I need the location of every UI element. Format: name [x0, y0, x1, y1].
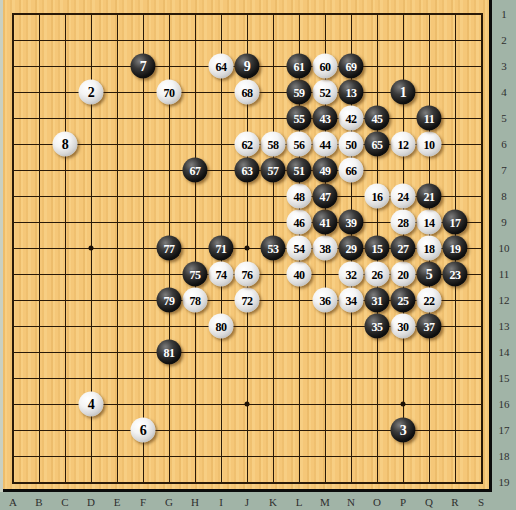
- move-number: 4: [88, 397, 95, 411]
- row-label-12: 12: [492, 294, 516, 306]
- stone-black-61-L3[interactable]: 61: [287, 54, 312, 79]
- move-number: 16: [372, 190, 383, 202]
- move-number: 34: [346, 294, 357, 306]
- row-label-5: 5: [492, 112, 516, 124]
- stone-white-28-P9[interactable]: 28: [391, 210, 416, 235]
- col-label-I: I: [210, 496, 232, 508]
- col-label-R: R: [444, 496, 466, 508]
- row-label-3: 3: [492, 60, 516, 72]
- row-label-6: 6: [492, 138, 516, 150]
- move-number: 75: [190, 268, 201, 280]
- move-number: 53: [268, 242, 279, 254]
- stone-white-30-P13[interactable]: 30: [391, 314, 416, 339]
- move-number: 60: [320, 60, 331, 72]
- move-number: 10: [424, 138, 435, 150]
- move-number: 57: [268, 164, 279, 176]
- move-number: 9: [244, 59, 251, 73]
- move-number: 69: [346, 60, 357, 72]
- stone-black-19-R10[interactable]: 19: [443, 236, 468, 261]
- row-label-18: 18: [492, 450, 516, 462]
- move-number: 6: [140, 423, 147, 437]
- stone-white-58-K6[interactable]: 58: [261, 132, 286, 157]
- move-number: 35: [372, 320, 383, 332]
- col-label-C: C: [54, 496, 76, 508]
- move-number: 8: [62, 137, 69, 151]
- star-point: [245, 402, 250, 407]
- stone-black-13-N4[interactable]: 13: [339, 80, 364, 105]
- stone-white-12-P6[interactable]: 12: [391, 132, 416, 157]
- move-number: 63: [242, 164, 253, 176]
- move-number: 32: [346, 268, 357, 280]
- row-label-15: 15: [492, 372, 516, 384]
- col-label-L: L: [288, 496, 310, 508]
- move-number: 19: [450, 242, 461, 254]
- stone-white-40-L11[interactable]: 40: [287, 262, 312, 287]
- stone-black-3-P17[interactable]: 3: [391, 418, 416, 443]
- star-point: [245, 246, 250, 251]
- grid-line-horizontal: [13, 456, 481, 457]
- star-point: [401, 402, 406, 407]
- col-label-D: D: [80, 496, 102, 508]
- move-number: 36: [320, 294, 331, 306]
- stone-black-21-Q8[interactable]: 21: [417, 184, 442, 209]
- col-label-O: O: [366, 496, 388, 508]
- move-number: 59: [294, 86, 305, 98]
- move-number: 81: [164, 346, 175, 358]
- grid-line-horizontal: [13, 378, 481, 379]
- move-number: 38: [320, 242, 331, 254]
- stone-white-44-M6[interactable]: 44: [313, 132, 338, 157]
- move-number: 30: [398, 320, 409, 332]
- stone-white-2-D4[interactable]: 2: [79, 80, 104, 105]
- stone-white-6-F17[interactable]: 6: [131, 418, 156, 443]
- move-number: 42: [346, 112, 357, 124]
- stone-white-50-N6[interactable]: 50: [339, 132, 364, 157]
- stone-white-56-L6[interactable]: 56: [287, 132, 312, 157]
- stone-black-57-K7[interactable]: 57: [261, 158, 286, 183]
- stone-black-17-R9[interactable]: 17: [443, 210, 468, 235]
- stone-white-22-Q12[interactable]: 22: [417, 288, 442, 313]
- move-number: 76: [242, 268, 253, 280]
- col-label-P: P: [392, 496, 414, 508]
- move-number: 80: [216, 320, 227, 332]
- stone-black-45-O5[interactable]: 45: [365, 106, 390, 131]
- move-number: 55: [294, 112, 305, 124]
- move-number: 40: [294, 268, 305, 280]
- stone-black-69-N3[interactable]: 69: [339, 54, 364, 79]
- move-number: 71: [216, 242, 227, 254]
- stone-white-8-C6[interactable]: 8: [53, 132, 78, 157]
- stone-white-78-H12[interactable]: 78: [183, 288, 208, 313]
- stone-black-9-J3[interactable]: 9: [235, 54, 260, 79]
- col-label-A: A: [2, 496, 24, 508]
- move-number: 28: [398, 216, 409, 228]
- move-number: 54: [294, 242, 305, 254]
- move-number: 47: [320, 190, 331, 202]
- stone-black-55-L5[interactable]: 55: [287, 106, 312, 131]
- stone-white-24-P8[interactable]: 24: [391, 184, 416, 209]
- col-label-M: M: [314, 496, 336, 508]
- stone-black-53-K10[interactable]: 53: [261, 236, 286, 261]
- row-label-19: 19: [492, 476, 516, 488]
- row-label-14: 14: [492, 346, 516, 358]
- move-number: 18: [424, 242, 435, 254]
- move-number: 46: [294, 216, 305, 228]
- stone-black-15-O10[interactable]: 15: [365, 236, 390, 261]
- move-number: 39: [346, 216, 357, 228]
- move-number: 66: [346, 164, 357, 176]
- stone-white-14-Q9[interactable]: 14: [417, 210, 442, 235]
- stone-black-41-M9[interactable]: 41: [313, 210, 338, 235]
- stone-white-80-I13[interactable]: 80: [209, 314, 234, 339]
- col-label-N: N: [340, 496, 362, 508]
- stone-black-37-Q13[interactable]: 37: [417, 314, 442, 339]
- stone-black-81-G14[interactable]: 81: [157, 340, 182, 365]
- go-board-screenshot: ABCDEFGHIJKLMNOPQRS123456789101112131415…: [0, 0, 516, 510]
- stone-white-4-D16[interactable]: 4: [79, 392, 104, 417]
- stone-black-79-G12[interactable]: 79: [157, 288, 182, 313]
- move-number: 50: [346, 138, 357, 150]
- col-label-J: J: [236, 496, 258, 508]
- move-number: 65: [372, 138, 383, 150]
- stone-black-71-I10[interactable]: 71: [209, 236, 234, 261]
- stone-black-7-F3[interactable]: 7: [131, 54, 156, 79]
- move-number: 17: [450, 216, 461, 228]
- move-number: 74: [216, 268, 227, 280]
- move-number: 20: [398, 268, 409, 280]
- row-label-7: 7: [492, 164, 516, 176]
- col-label-F: F: [132, 496, 154, 508]
- move-number: 67: [190, 164, 201, 176]
- move-number: 26: [372, 268, 383, 280]
- move-number: 29: [346, 242, 357, 254]
- stone-white-64-I3[interactable]: 64: [209, 54, 234, 79]
- row-label-16: 16: [492, 398, 516, 410]
- move-number: 77: [164, 242, 175, 254]
- stone-black-23-R11[interactable]: 23: [443, 262, 468, 287]
- stone-black-77-G10[interactable]: 77: [157, 236, 182, 261]
- col-label-S: S: [470, 496, 492, 508]
- stone-black-43-M5[interactable]: 43: [313, 106, 338, 131]
- stone-black-65-O6[interactable]: 65: [365, 132, 390, 157]
- move-number: 12: [398, 138, 409, 150]
- move-number: 37: [424, 320, 435, 332]
- stone-white-62-J6[interactable]: 62: [235, 132, 260, 157]
- stone-white-74-I11[interactable]: 74: [209, 262, 234, 287]
- stone-black-51-L7[interactable]: 51: [287, 158, 312, 183]
- stone-black-59-L4[interactable]: 59: [287, 80, 312, 105]
- move-number: 79: [164, 294, 175, 306]
- move-number: 24: [398, 190, 409, 202]
- move-number: 45: [372, 112, 383, 124]
- stone-black-5-Q11[interactable]: 5: [417, 262, 442, 287]
- grid-line-horizontal: [13, 352, 481, 353]
- stone-white-48-L8[interactable]: 48: [287, 184, 312, 209]
- stone-white-34-N12[interactable]: 34: [339, 288, 364, 313]
- stone-white-70-G4[interactable]: 70: [157, 80, 182, 105]
- stone-black-29-N10[interactable]: 29: [339, 236, 364, 261]
- row-label-13: 13: [492, 320, 516, 332]
- col-label-H: H: [184, 496, 206, 508]
- stone-black-75-H11[interactable]: 75: [183, 262, 208, 287]
- row-label-11: 11: [492, 268, 516, 280]
- stone-white-36-M12[interactable]: 36: [313, 288, 338, 313]
- move-number: 3: [400, 423, 407, 437]
- move-number: 1: [400, 85, 407, 99]
- move-number: 13: [346, 86, 357, 98]
- move-number: 31: [372, 294, 383, 306]
- stone-white-20-P11[interactable]: 20: [391, 262, 416, 287]
- col-label-K: K: [262, 496, 284, 508]
- stone-black-39-N9[interactable]: 39: [339, 210, 364, 235]
- stone-black-11-Q5[interactable]: 11: [417, 106, 442, 131]
- stone-white-66-N7[interactable]: 66: [339, 158, 364, 183]
- stone-black-47-M8[interactable]: 47: [313, 184, 338, 209]
- move-number: 41: [320, 216, 331, 228]
- move-number: 11: [424, 112, 434, 124]
- move-number: 49: [320, 164, 331, 176]
- move-number: 61: [294, 60, 305, 72]
- stone-white-76-J11[interactable]: 76: [235, 262, 260, 287]
- move-number: 2: [88, 85, 95, 99]
- move-number: 14: [424, 216, 435, 228]
- stone-black-27-P10[interactable]: 27: [391, 236, 416, 261]
- row-label-17: 17: [492, 424, 516, 436]
- row-label-1: 1: [492, 8, 516, 20]
- stone-white-68-J4[interactable]: 68: [235, 80, 260, 105]
- move-number: 56: [294, 138, 305, 150]
- col-label-Q: Q: [418, 496, 440, 508]
- row-label-10: 10: [492, 242, 516, 254]
- move-number: 51: [294, 164, 305, 176]
- stone-white-16-O8[interactable]: 16: [365, 184, 390, 209]
- col-label-B: B: [28, 496, 50, 508]
- move-number: 23: [450, 268, 461, 280]
- row-label-2: 2: [492, 34, 516, 46]
- move-number: 52: [320, 86, 331, 98]
- move-number: 78: [190, 294, 201, 306]
- move-number: 25: [398, 294, 409, 306]
- move-number: 15: [372, 242, 383, 254]
- col-label-G: G: [158, 496, 180, 508]
- row-label-9: 9: [492, 216, 516, 228]
- stone-black-63-J7[interactable]: 63: [235, 158, 260, 183]
- move-number: 7: [140, 59, 147, 73]
- stone-black-67-H7[interactable]: 67: [183, 158, 208, 183]
- move-number: 21: [424, 190, 435, 202]
- move-number: 64: [216, 60, 227, 72]
- move-number: 58: [268, 138, 279, 150]
- move-number: 27: [398, 242, 409, 254]
- stone-white-18-Q10[interactable]: 18: [417, 236, 442, 261]
- move-number: 62: [242, 138, 253, 150]
- stone-white-72-J12[interactable]: 72: [235, 288, 260, 313]
- move-number: 48: [294, 190, 305, 202]
- stone-white-60-M3[interactable]: 60: [313, 54, 338, 79]
- stone-black-35-O13[interactable]: 35: [365, 314, 390, 339]
- move-number: 22: [424, 294, 435, 306]
- col-label-E: E: [106, 496, 128, 508]
- stone-white-26-O11[interactable]: 26: [365, 262, 390, 287]
- stone-white-54-L10[interactable]: 54: [287, 236, 312, 261]
- stone-black-49-M7[interactable]: 49: [313, 158, 338, 183]
- stone-white-32-N11[interactable]: 32: [339, 262, 364, 287]
- stone-white-52-M4[interactable]: 52: [313, 80, 338, 105]
- row-label-4: 4: [492, 86, 516, 98]
- stone-black-1-P4[interactable]: 1: [391, 80, 416, 105]
- stone-black-31-O12[interactable]: 31: [365, 288, 390, 313]
- stone-black-25-P12[interactable]: 25: [391, 288, 416, 313]
- move-number: 70: [164, 86, 175, 98]
- stone-white-10-Q6[interactable]: 10: [417, 132, 442, 157]
- stone-white-46-L9[interactable]: 46: [287, 210, 312, 235]
- star-point: [89, 246, 94, 251]
- move-number: 68: [242, 86, 253, 98]
- move-number: 43: [320, 112, 331, 124]
- move-number: 72: [242, 294, 253, 306]
- move-number: 5: [426, 267, 433, 281]
- move-number: 44: [320, 138, 331, 150]
- stone-white-42-N5[interactable]: 42: [339, 106, 364, 131]
- row-label-8: 8: [492, 190, 516, 202]
- stone-white-38-M10[interactable]: 38: [313, 236, 338, 261]
